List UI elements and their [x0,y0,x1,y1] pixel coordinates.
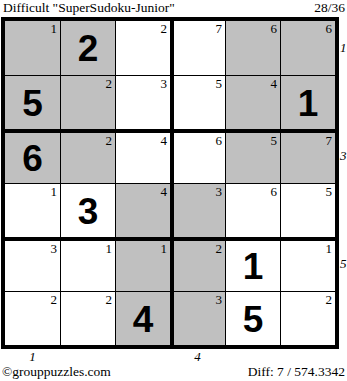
cell-r4c1[interactable]: 1 [5,183,60,237]
cell-r6c6[interactable]: 2 [280,291,335,345]
cell-r6c5[interactable]: 5 [225,291,280,345]
corner-clue: 3 [161,76,168,91]
cell-value: 5 [226,292,280,345]
cell-r3c3[interactable]: 4 [115,129,170,183]
board: 122766523541624657134365311211224352 [1,17,339,349]
puzzle-title: Difficult "SuperSudoku-Junior" [3,0,175,15]
cell-r4c5[interactable]: 6 [225,183,280,237]
corner-clue: 3 [216,184,223,199]
corner-clue: 1 [51,184,58,199]
cell-r1c4[interactable]: 7 [170,21,225,75]
footer: ©grouppuzzles.com Diff: 7 / 574.3342 [2,363,345,380]
corner-clue: 2 [216,241,223,256]
corner-clue: 4 [271,76,278,91]
cell-r4c2[interactable]: 3 [60,183,115,237]
row-label-1: 1 [340,40,347,56]
cell-r1c2[interactable]: 2 [60,21,115,75]
cell-r3c6[interactable]: 7 [280,129,335,183]
cell-r4c4[interactable]: 3 [170,183,225,237]
cell-value: 5 [5,76,60,129]
cell-r5c2[interactable]: 1 [60,237,115,291]
cell-r1c1[interactable]: 1 [5,21,60,75]
cell-r2c4[interactable]: 5 [170,75,225,129]
cell-r3c2[interactable]: 2 [60,129,115,183]
cell-r5c4[interactable]: 2 [170,237,225,291]
cell-r3c5[interactable]: 5 [225,129,280,183]
cell-r5c6[interactable]: 1 [280,237,335,291]
cell-r4c3[interactable]: 4 [115,183,170,237]
cell-r4c6[interactable]: 5 [280,183,335,237]
cell-r2c1[interactable]: 5 [5,75,60,129]
row-label-5: 5 [340,256,347,272]
header: Difficult "SuperSudoku-Junior" 28/36 [3,0,345,16]
corner-clue: 5 [216,76,223,91]
corner-clue: 2 [161,21,168,36]
col-label-4: 4 [170,349,225,364]
corner-clue: 2 [326,292,333,307]
copyright-text: ©grouppuzzles.com [2,364,111,380]
corner-clue: 7 [216,21,223,36]
corner-clue: 2 [51,292,58,307]
corner-clue: 1 [106,241,113,256]
cell-r1c5[interactable]: 6 [225,21,280,75]
cell-r2c3[interactable]: 3 [115,75,170,129]
cell-value: 1 [226,241,280,291]
cell-r6c3[interactable]: 4 [115,291,170,345]
corner-clue: 6 [271,21,278,36]
cell-r2c5[interactable]: 4 [225,75,280,129]
corner-clue: 2 [106,76,113,91]
cell-r6c1[interactable]: 2 [5,291,60,345]
corner-clue: 6 [326,21,333,36]
corner-clue: 4 [161,184,168,199]
corner-clue: 1 [161,241,168,256]
corner-clue: 5 [326,184,333,199]
cell-value: 1 [281,76,335,129]
corner-clue: 3 [216,292,223,307]
cell-value: 4 [116,292,170,345]
cell-r5c3[interactable]: 1 [115,237,170,291]
cell-r2c2[interactable]: 2 [60,75,115,129]
cell-value: 3 [61,184,115,237]
corner-clue: 1 [51,21,58,36]
difficulty-text: Diff: 7 / 574.3342 [248,364,345,380]
cell-r3c1[interactable]: 6 [5,129,60,183]
row-label-3: 3 [340,148,347,164]
cell-value: 6 [5,133,60,183]
corner-clue: 5 [271,133,278,148]
corner-clue: 2 [106,292,113,307]
corner-clue: 6 [271,184,278,199]
cell-r2c6[interactable]: 1 [280,75,335,129]
corner-clue: 4 [161,133,168,148]
corner-clue: 2 [106,133,113,148]
cell-r5c1[interactable]: 3 [5,237,60,291]
col-label-1: 1 [5,349,60,364]
corner-clue: 3 [51,241,58,256]
corner-clue: 1 [326,241,333,256]
cell-r3c4[interactable]: 6 [170,129,225,183]
cell-r5c5[interactable]: 1 [225,237,280,291]
cell-r6c2[interactable]: 2 [60,291,115,345]
cell-value: 2 [61,21,115,75]
cell-r1c6[interactable]: 6 [280,21,335,75]
cell-r6c4[interactable]: 3 [170,291,225,345]
corner-clue: 7 [326,133,333,148]
cell-r1c3[interactable]: 2 [115,21,170,75]
corner-clue: 6 [216,133,223,148]
puzzle-counter: 28/36 [314,0,345,15]
